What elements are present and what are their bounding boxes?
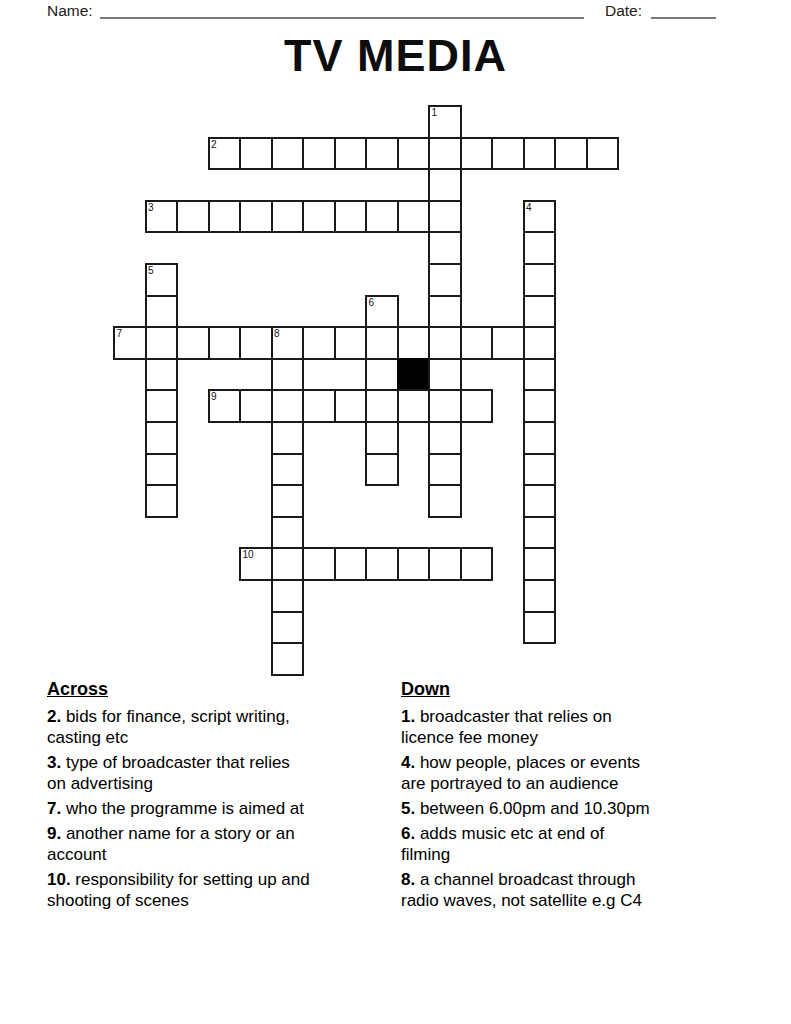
grid-cell[interactable] bbox=[365, 421, 399, 455]
clue-number-label: 5. bbox=[401, 799, 415, 818]
grid-cell[interactable] bbox=[523, 547, 557, 581]
grid-cell[interactable] bbox=[145, 326, 179, 360]
grid-cell[interactable] bbox=[428, 547, 462, 581]
grid-cell[interactable] bbox=[334, 547, 368, 581]
clue-number-label: 9. bbox=[47, 824, 61, 843]
grid-cell[interactable] bbox=[428, 484, 462, 518]
grid-cell[interactable] bbox=[428, 231, 462, 265]
grid-cell[interactable] bbox=[271, 516, 305, 550]
grid-cell[interactable] bbox=[365, 326, 399, 360]
grid-cell[interactable] bbox=[523, 295, 557, 329]
grid-cell[interactable] bbox=[428, 295, 462, 329]
grid-cell[interactable] bbox=[271, 137, 305, 171]
across-clues-section: Across 2. bids for finance, script writi… bbox=[47, 679, 395, 915]
clue: 6. adds music etc at end offilming bbox=[401, 823, 741, 865]
grid-cell[interactable] bbox=[208, 200, 242, 234]
grid-cell[interactable] bbox=[334, 200, 368, 234]
clue: 8. a channel broadcast throughradio wave… bbox=[401, 869, 741, 911]
grid-cell[interactable] bbox=[428, 105, 462, 139]
date-blank-line[interactable] bbox=[651, 1, 716, 19]
grid-cell[interactable] bbox=[176, 200, 210, 234]
grid-cell[interactable] bbox=[302, 547, 336, 581]
grid-cell[interactable] bbox=[428, 453, 462, 487]
grid-cell[interactable] bbox=[271, 484, 305, 518]
grid-cell[interactable] bbox=[176, 326, 210, 360]
grid-cell[interactable] bbox=[523, 200, 557, 234]
black-cell bbox=[397, 358, 431, 392]
down-heading: Down bbox=[401, 679, 741, 700]
clue-number-label: 8. bbox=[401, 870, 415, 889]
grid-cell[interactable] bbox=[428, 137, 462, 171]
grid-cell[interactable] bbox=[523, 231, 557, 265]
clue: 7. who the programme is aimed at bbox=[47, 798, 395, 819]
grid-cell[interactable] bbox=[460, 137, 494, 171]
grid-cell[interactable] bbox=[271, 200, 305, 234]
grid-cell[interactable] bbox=[145, 453, 179, 487]
grid-cell[interactable] bbox=[397, 137, 431, 171]
grid-cell[interactable] bbox=[302, 326, 336, 360]
grid-cell[interactable] bbox=[271, 421, 305, 455]
grid-cell[interactable] bbox=[523, 421, 557, 455]
grid-cell[interactable] bbox=[334, 137, 368, 171]
grid-cell[interactable] bbox=[145, 358, 179, 392]
clue: 10. responsibility for setting up andsho… bbox=[47, 869, 395, 911]
grid-cell[interactable] bbox=[271, 358, 305, 392]
grid-cell[interactable] bbox=[523, 263, 557, 297]
grid-cell[interactable] bbox=[145, 421, 179, 455]
grid-cell[interactable] bbox=[208, 137, 242, 171]
grid-cell[interactable] bbox=[145, 200, 179, 234]
grid-cell[interactable] bbox=[239, 547, 273, 581]
grid-cell[interactable] bbox=[302, 389, 336, 423]
grid-cell[interactable] bbox=[428, 200, 462, 234]
clue: 5. between 6.00pm and 10.30pm bbox=[401, 798, 741, 819]
grid-cell[interactable] bbox=[523, 326, 557, 360]
grid-cell[interactable] bbox=[460, 389, 494, 423]
grid-cell[interactable] bbox=[397, 200, 431, 234]
grid-cell[interactable] bbox=[302, 200, 336, 234]
grid-cell[interactable] bbox=[365, 295, 399, 329]
clue-number-label: 1. bbox=[401, 707, 415, 726]
grid-cell[interactable] bbox=[428, 263, 462, 297]
down-clues-section: Down 1. broadcaster that relies onlicenc… bbox=[401, 679, 741, 915]
grid-cell[interactable] bbox=[491, 326, 525, 360]
grid-cell[interactable] bbox=[365, 389, 399, 423]
grid-cell[interactable] bbox=[365, 547, 399, 581]
grid-cell[interactable] bbox=[365, 137, 399, 171]
clue: 1. broadcaster that relies onlicence fee… bbox=[401, 706, 741, 748]
grid-cell[interactable] bbox=[586, 137, 620, 171]
clue-number-label: 3. bbox=[47, 753, 61, 772]
grid-cell[interactable] bbox=[145, 263, 179, 297]
grid-cell[interactable] bbox=[523, 137, 557, 171]
grid-cell[interactable] bbox=[523, 516, 557, 550]
grid-cell[interactable] bbox=[271, 389, 305, 423]
clue-number-label: 6. bbox=[401, 824, 415, 843]
grid-cell[interactable] bbox=[365, 200, 399, 234]
grid-cell[interactable] bbox=[145, 484, 179, 518]
clue-number-label: 10. bbox=[47, 870, 71, 889]
grid-cell[interactable] bbox=[334, 326, 368, 360]
grid-cell[interactable] bbox=[523, 389, 557, 423]
clue: 2. bids for finance, script writing,cast… bbox=[47, 706, 395, 748]
across-clue-list: 2. bids for finance, script writing,cast… bbox=[47, 706, 395, 911]
grid-cell[interactable] bbox=[523, 579, 557, 613]
grid-cell[interactable] bbox=[271, 611, 305, 645]
grid-cell[interactable] bbox=[271, 547, 305, 581]
grid-cell[interactable] bbox=[145, 295, 179, 329]
grid-cell[interactable] bbox=[334, 389, 368, 423]
grid-cell[interactable] bbox=[208, 326, 242, 360]
worksheet-page: Name: Date: TV MEDIA 12345678910 Across … bbox=[0, 0, 791, 1024]
clue: 4. how people, places or eventsare portr… bbox=[401, 752, 741, 794]
name-label: Name: bbox=[47, 2, 93, 20]
grid-cell[interactable] bbox=[239, 137, 273, 171]
grid-cell[interactable] bbox=[239, 200, 273, 234]
grid-cell[interactable] bbox=[271, 642, 305, 676]
grid-cell[interactable] bbox=[302, 137, 336, 171]
grid-cell[interactable] bbox=[239, 326, 273, 360]
grid-cell[interactable] bbox=[397, 389, 431, 423]
grid-cell[interactable] bbox=[428, 326, 462, 360]
grid-cell[interactable] bbox=[208, 389, 242, 423]
crossword-grid: 12345678910 bbox=[113, 105, 619, 676]
clue: 3. type of broadcaster that relieson adv… bbox=[47, 752, 395, 794]
grid-cell[interactable] bbox=[397, 547, 431, 581]
grid-cell[interactable] bbox=[491, 137, 525, 171]
grid-cell[interactable] bbox=[239, 389, 273, 423]
grid-cell[interactable] bbox=[428, 358, 462, 392]
grid-cell[interactable] bbox=[113, 326, 147, 360]
grid-cell[interactable] bbox=[428, 421, 462, 455]
grid-cell[interactable] bbox=[397, 326, 431, 360]
clue-number-label: 2. bbox=[47, 707, 61, 726]
grid-cell[interactable] bbox=[554, 137, 588, 171]
grid-cell[interactable] bbox=[428, 168, 462, 202]
clue-number-label: 7. bbox=[47, 799, 61, 818]
grid-cell[interactable] bbox=[523, 611, 557, 645]
grid-cell[interactable] bbox=[271, 326, 305, 360]
date-label: Date: bbox=[605, 2, 642, 20]
grid-cell[interactable] bbox=[460, 326, 494, 360]
clue: 9. another name for a story or anaccount bbox=[47, 823, 395, 865]
grid-cell[interactable] bbox=[271, 453, 305, 487]
grid-cell[interactable] bbox=[145, 389, 179, 423]
down-clue-list: 1. broadcaster that relies onlicence fee… bbox=[401, 706, 741, 911]
grid-cell[interactable] bbox=[428, 389, 462, 423]
grid-cell[interactable] bbox=[460, 547, 494, 581]
grid-cell[interactable] bbox=[523, 453, 557, 487]
grid-cell[interactable] bbox=[523, 358, 557, 392]
clue-number-label: 4. bbox=[401, 753, 415, 772]
name-blank-line[interactable] bbox=[100, 1, 584, 19]
grid-cell[interactable] bbox=[523, 484, 557, 518]
across-heading: Across bbox=[47, 679, 395, 700]
puzzle-title: TV MEDIA bbox=[0, 30, 791, 82]
grid-cell[interactable] bbox=[365, 358, 399, 392]
grid-cell[interactable] bbox=[365, 453, 399, 487]
grid-cell[interactable] bbox=[271, 579, 305, 613]
